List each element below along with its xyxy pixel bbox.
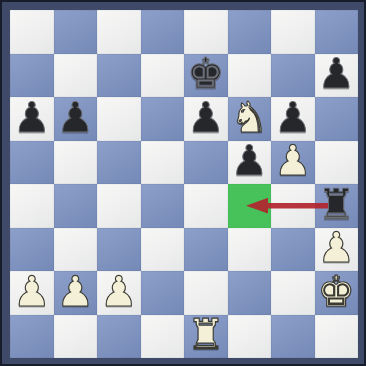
square-g6[interactable]: ♟ xyxy=(271,97,315,141)
square-a3[interactable] xyxy=(10,228,54,272)
square-f1[interactable] xyxy=(228,315,272,359)
square-c8[interactable] xyxy=(97,10,141,54)
piece-white-pawn-a2[interactable]: ♟ xyxy=(13,271,51,313)
square-d5[interactable] xyxy=(141,141,185,185)
square-f2[interactable] xyxy=(228,271,272,315)
square-a4[interactable] xyxy=(10,184,54,228)
square-f4[interactable] xyxy=(228,184,272,228)
square-e2[interactable] xyxy=(184,271,228,315)
square-c7[interactable] xyxy=(97,54,141,98)
square-b7[interactable] xyxy=(54,54,98,98)
square-e1[interactable]: ♜ xyxy=(184,315,228,359)
piece-black-pawn-g6[interactable]: ♟ xyxy=(274,97,312,139)
square-h7[interactable]: ♟ xyxy=(315,54,359,98)
square-d3[interactable] xyxy=(141,228,185,272)
square-c5[interactable] xyxy=(97,141,141,185)
square-h5[interactable] xyxy=(315,141,359,185)
square-c2[interactable]: ♟ xyxy=(97,271,141,315)
square-g3[interactable] xyxy=(271,228,315,272)
square-g5[interactable]: ♟ xyxy=(271,141,315,185)
square-e6[interactable]: ♟ xyxy=(184,97,228,141)
square-a1[interactable] xyxy=(10,315,54,359)
square-g7[interactable] xyxy=(271,54,315,98)
piece-black-pawn-b6[interactable]: ♟ xyxy=(56,97,94,139)
square-d1[interactable] xyxy=(141,315,185,359)
piece-white-knight-f6[interactable]: ♞ xyxy=(230,97,268,139)
square-b8[interactable] xyxy=(54,10,98,54)
piece-black-king-e7[interactable]: ♚ xyxy=(187,53,225,95)
square-d6[interactable] xyxy=(141,97,185,141)
square-b5[interactable] xyxy=(54,141,98,185)
square-b4[interactable] xyxy=(54,184,98,228)
square-f8[interactable] xyxy=(228,10,272,54)
piece-black-pawn-e6[interactable]: ♟ xyxy=(187,97,225,139)
piece-white-pawn-b2[interactable]: ♟ xyxy=(56,271,94,313)
square-d4[interactable] xyxy=(141,184,185,228)
square-c4[interactable] xyxy=(97,184,141,228)
square-c1[interactable] xyxy=(97,315,141,359)
square-h8[interactable] xyxy=(315,10,359,54)
square-a5[interactable] xyxy=(10,141,54,185)
square-h3[interactable]: ♟ xyxy=(315,228,359,272)
square-g1[interactable] xyxy=(271,315,315,359)
chess-board-frame: ♚♟♟♟♟♞♟♟♟♜♟♟♟♟♚♜ xyxy=(0,0,366,366)
square-a6[interactable]: ♟ xyxy=(10,97,54,141)
square-h6[interactable] xyxy=(315,97,359,141)
square-g8[interactable] xyxy=(271,10,315,54)
square-f5[interactable]: ♟ xyxy=(228,141,272,185)
piece-white-pawn-h3[interactable]: ♟ xyxy=(317,227,355,269)
square-b1[interactable] xyxy=(54,315,98,359)
piece-black-pawn-h7[interactable]: ♟ xyxy=(317,53,355,95)
square-c3[interactable] xyxy=(97,228,141,272)
square-f6[interactable]: ♞ xyxy=(228,97,272,141)
piece-white-rook-e1[interactable]: ♜ xyxy=(187,314,225,356)
square-a8[interactable] xyxy=(10,10,54,54)
square-f3[interactable] xyxy=(228,228,272,272)
square-g2[interactable] xyxy=(271,271,315,315)
square-a2[interactable]: ♟ xyxy=(10,271,54,315)
square-f7[interactable] xyxy=(228,54,272,98)
square-b3[interactable] xyxy=(54,228,98,272)
square-h4[interactable]: ♜ xyxy=(315,184,359,228)
square-h2[interactable]: ♚ xyxy=(315,271,359,315)
piece-white-pawn-g5[interactable]: ♟ xyxy=(274,140,312,182)
square-e7[interactable]: ♚ xyxy=(184,54,228,98)
square-b2[interactable]: ♟ xyxy=(54,271,98,315)
square-d7[interactable] xyxy=(141,54,185,98)
square-d8[interactable] xyxy=(141,10,185,54)
piece-black-pawn-f5[interactable]: ♟ xyxy=(230,140,268,182)
piece-white-pawn-c2[interactable]: ♟ xyxy=(100,271,138,313)
square-d2[interactable] xyxy=(141,271,185,315)
square-b6[interactable]: ♟ xyxy=(54,97,98,141)
square-e5[interactable] xyxy=(184,141,228,185)
piece-white-king-h2[interactable]: ♚ xyxy=(317,271,355,313)
square-g4[interactable] xyxy=(271,184,315,228)
square-e8[interactable] xyxy=(184,10,228,54)
square-h1[interactable] xyxy=(315,315,359,359)
square-a7[interactable] xyxy=(10,54,54,98)
square-e4[interactable] xyxy=(184,184,228,228)
square-e3[interactable] xyxy=(184,228,228,272)
piece-black-pawn-a6[interactable]: ♟ xyxy=(13,97,51,139)
square-c6[interactable] xyxy=(97,97,141,141)
chess-board: ♚♟♟♟♟♞♟♟♟♜♟♟♟♟♚♜ xyxy=(10,10,358,358)
piece-black-rook-h4[interactable]: ♜ xyxy=(317,184,355,226)
